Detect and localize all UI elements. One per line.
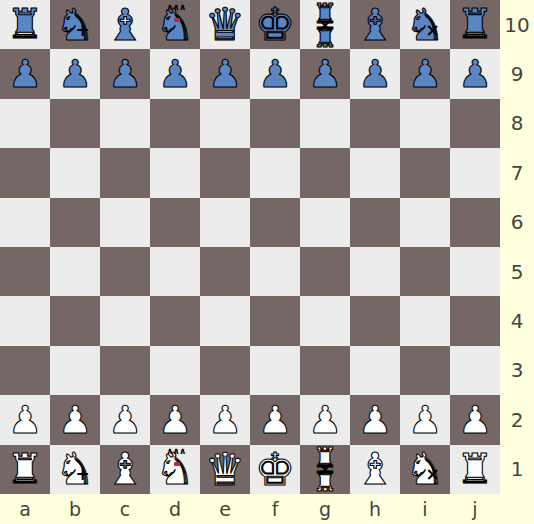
square-b9[interactable]: ♟ [50, 49, 100, 98]
square-h10[interactable]: ♝ [350, 0, 400, 49]
square-a3[interactable] [0, 346, 50, 395]
square-i4[interactable] [400, 296, 450, 345]
square-g3[interactable] [300, 346, 350, 395]
square-b5[interactable] [50, 247, 100, 296]
rank-label-8: 8 [500, 99, 534, 148]
piece-blue-pawn[interactable]: ♟ [458, 55, 492, 93]
square-a6[interactable] [0, 198, 50, 247]
square-a9[interactable]: ♟ [0, 49, 50, 98]
square-h1[interactable]: ♝ [350, 445, 400, 494]
square-e9[interactable]: ♟ [200, 49, 250, 98]
square-a5[interactable] [0, 247, 50, 296]
square-b3[interactable] [50, 346, 100, 395]
piece-white-pawn[interactable]: ♟ [158, 401, 192, 439]
square-e4[interactable] [200, 296, 250, 345]
square-g2[interactable]: ♟ [300, 395, 350, 444]
square-g4[interactable] [300, 296, 350, 345]
piece-white-queen[interactable]: ♛ [205, 447, 245, 492]
file-label-e: e [200, 494, 250, 524]
piece-white-pawn[interactable]: ♟ [258, 401, 292, 439]
piece-blue-pawn[interactable]: ♟ [58, 55, 92, 93]
square-h8[interactable] [350, 99, 400, 148]
piece-blue-knight-cross[interactable]: ♞× [405, 3, 444, 47]
square-d2[interactable]: ♟ [150, 395, 200, 444]
square-e1[interactable]: ♛ [200, 445, 250, 494]
cross-mark-icon: × [425, 22, 439, 39]
piece-blue-pawn[interactable]: ♟ [308, 55, 342, 93]
square-b1[interactable]: ♞+ [50, 445, 100, 494]
square-f9[interactable]: ♟ [250, 49, 300, 98]
square-d10[interactable]: ♞∧∧∧ [150, 0, 200, 49]
square-f10[interactable]: ♚ [250, 0, 300, 49]
piece-white-pawn[interactable]: ♟ [108, 401, 142, 439]
square-f5[interactable] [250, 247, 300, 296]
piece-blue-queen[interactable]: ♛ [205, 2, 245, 47]
piece-blue-rook[interactable]: ♜ [7, 4, 44, 45]
rank-label-1: 1 [500, 445, 534, 494]
square-e5[interactable] [200, 247, 250, 296]
rank-label-10: 10 [500, 0, 534, 49]
file-label-h: h [350, 494, 400, 524]
square-e6[interactable] [200, 198, 250, 247]
square-j6[interactable] [450, 198, 500, 247]
square-j3[interactable] [450, 346, 500, 395]
piece-white-rook[interactable]: ♜ [457, 449, 494, 490]
piece-blue-pawn[interactable]: ♟ [8, 55, 42, 93]
square-j5[interactable] [450, 247, 500, 296]
square-i3[interactable] [400, 346, 450, 395]
file-label-d: d [150, 494, 200, 524]
piece-blue-pawn[interactable]: ♟ [258, 55, 292, 93]
square-h7[interactable] [350, 148, 400, 197]
cross-mark-icon: × [425, 466, 439, 483]
square-b2[interactable]: ♟ [50, 395, 100, 444]
piece-blue-rook[interactable]: ♜ [457, 4, 494, 45]
square-g6[interactable] [300, 198, 350, 247]
dragon-horns-icon: ∧∧∧ [166, 3, 185, 12]
square-j7[interactable] [450, 148, 500, 197]
square-c3[interactable] [100, 346, 150, 395]
piece-white-pawn[interactable]: ♟ [208, 401, 242, 439]
piece-blue-king[interactable]: ♚ [255, 2, 295, 47]
piece-white-pawn[interactable]: ♟ [408, 401, 442, 439]
piece-blue-dragon[interactable]: ♞∧∧∧ [155, 3, 194, 47]
square-b10[interactable]: ♞+ [50, 0, 100, 49]
dragon-horns-icon: ∧∧∧ [166, 447, 185, 456]
square-d1[interactable]: ♞∧∧∧ [150, 445, 200, 494]
piece-white-knight-plus[interactable]: ♞+ [55, 447, 94, 491]
piece-blue-bishop[interactable]: ♝ [355, 3, 394, 47]
plus-mark-icon: + [75, 466, 89, 483]
piece-white-pawn[interactable]: ♟ [8, 401, 42, 439]
square-d4[interactable] [150, 296, 200, 345]
piece-white-king[interactable]: ♚ [255, 447, 295, 492]
square-i7[interactable] [400, 148, 450, 197]
square-g9[interactable]: ♟ [300, 49, 350, 98]
rank-labels: 10987654321 [500, 0, 534, 494]
fortress-x-band-icon: × [317, 16, 332, 34]
square-d9[interactable]: ♟ [150, 49, 200, 98]
square-g7[interactable] [300, 148, 350, 197]
file-label-c: c [100, 494, 150, 524]
square-a7[interactable] [0, 148, 50, 197]
square-b6[interactable] [50, 198, 100, 247]
square-j4[interactable] [450, 296, 500, 345]
rank-label-5: 5 [500, 247, 534, 296]
square-a4[interactable] [0, 296, 50, 345]
square-d6[interactable] [150, 198, 200, 247]
file-label-a: a [0, 494, 50, 524]
piece-blue-pawn[interactable]: ♟ [158, 55, 192, 93]
square-f4[interactable] [250, 296, 300, 345]
square-j2[interactable]: ♟ [450, 395, 500, 444]
square-d3[interactable] [150, 346, 200, 395]
square-i5[interactable] [400, 247, 450, 296]
dragon-eye-icon [174, 462, 180, 466]
square-e2[interactable]: ♟ [200, 395, 250, 444]
piece-blue-fortress[interactable]: ♜♜× [302, 1, 348, 49]
piece-blue-knight-plus[interactable]: ♞+ [55, 3, 94, 47]
square-f7[interactable] [250, 148, 300, 197]
square-f3[interactable] [250, 346, 300, 395]
square-i6[interactable] [400, 198, 450, 247]
square-j1[interactable]: ♜ [450, 445, 500, 494]
piece-white-bishop[interactable]: ♝ [105, 447, 144, 491]
square-a1[interactable]: ♜ [0, 445, 50, 494]
square-c4[interactable] [100, 296, 150, 345]
file-label-g: g [300, 494, 350, 524]
piece-white-pawn[interactable]: ♟ [58, 401, 92, 439]
square-i2[interactable]: ♟ [400, 395, 450, 444]
square-c7[interactable] [100, 148, 150, 197]
square-f6[interactable] [250, 198, 300, 247]
rank-label-9: 9 [500, 49, 534, 98]
plus-mark-icon: + [75, 22, 89, 39]
piece-blue-pawn[interactable]: ♟ [108, 55, 142, 93]
square-e3[interactable] [200, 346, 250, 395]
file-label-f: f [250, 494, 300, 524]
square-g10[interactable]: ♜♜× [300, 0, 350, 49]
square-g5[interactable] [300, 247, 350, 296]
rank-label-7: 7 [500, 148, 534, 197]
square-c5[interactable] [100, 247, 150, 296]
square-c8[interactable] [100, 99, 150, 148]
piece-blue-pawn[interactable]: ♟ [208, 55, 242, 93]
square-h5[interactable] [350, 247, 400, 296]
square-i8[interactable] [400, 99, 450, 148]
piece-blue-pawn[interactable]: ♟ [358, 55, 392, 93]
piece-white-dragon[interactable]: ♞∧∧∧ [155, 447, 194, 491]
square-a10[interactable]: ♜ [0, 0, 50, 49]
square-d5[interactable] [150, 247, 200, 296]
square-h3[interactable] [350, 346, 400, 395]
square-d7[interactable] [150, 148, 200, 197]
square-i10[interactable]: ♞× [400, 0, 450, 49]
file-label-j: j [450, 494, 500, 524]
square-i9[interactable]: ♟ [400, 49, 450, 98]
rank-label-6: 6 [500, 198, 534, 247]
square-c6[interactable] [100, 198, 150, 247]
square-g1[interactable]: ♜♜× [300, 445, 350, 494]
square-h6[interactable] [350, 198, 400, 247]
fortress-x-band-icon: × [317, 460, 332, 478]
square-i1[interactable]: ♞× [400, 445, 450, 494]
piece-white-fortress[interactable]: ♜♜× [302, 445, 348, 493]
square-h4[interactable] [350, 296, 400, 345]
square-b4[interactable] [50, 296, 100, 345]
square-c1[interactable]: ♝ [100, 445, 150, 494]
piece-white-pawn[interactable]: ♟ [458, 401, 492, 439]
piece-white-pawn[interactable]: ♟ [358, 401, 392, 439]
square-c10[interactable]: ♝ [100, 0, 150, 49]
square-e8[interactable] [200, 99, 250, 148]
square-h2[interactable]: ♟ [350, 395, 400, 444]
square-a8[interactable] [0, 99, 50, 148]
square-e7[interactable] [200, 148, 250, 197]
square-j10[interactable]: ♜ [450, 0, 500, 49]
square-h9[interactable]: ♟ [350, 49, 400, 98]
square-c2[interactable]: ♟ [100, 395, 150, 444]
dragon-eye-icon [174, 18, 180, 22]
rank-label-2: 2 [500, 395, 534, 444]
file-label-b: b [50, 494, 100, 524]
square-a2[interactable]: ♟ [0, 395, 50, 444]
square-b7[interactable] [50, 148, 100, 197]
square-c9[interactable]: ♟ [100, 49, 150, 98]
file-label-i: i [400, 494, 450, 524]
rank-label-3: 3 [500, 346, 534, 395]
square-f8[interactable] [250, 99, 300, 148]
square-f1[interactable]: ♚ [250, 445, 300, 494]
file-labels: abcdefghij [0, 494, 500, 524]
square-e10[interactable]: ♛ [200, 0, 250, 49]
square-f2[interactable]: ♟ [250, 395, 300, 444]
square-g8[interactable] [300, 99, 350, 148]
piece-white-rook[interactable]: ♜ [7, 449, 44, 490]
piece-blue-bishop[interactable]: ♝ [105, 3, 144, 47]
rank-label-4: 4 [500, 296, 534, 345]
square-j9[interactable]: ♟ [450, 49, 500, 98]
piece-white-knight-cross[interactable]: ♞× [405, 447, 444, 491]
piece-blue-pawn[interactable]: ♟ [408, 55, 442, 93]
square-j8[interactable] [450, 99, 500, 148]
square-d8[interactable] [150, 99, 200, 148]
board: ♜♞+♝♞∧∧∧♛♚♜♜×♝♞×♜♟♟♟♟♟♟♟♟♟♟♟♟♟♟♟♟♟♟♟♟♜♞+… [0, 0, 500, 494]
piece-white-pawn[interactable]: ♟ [308, 401, 342, 439]
square-b8[interactable] [50, 99, 100, 148]
piece-white-bishop[interactable]: ♝ [355, 447, 394, 491]
